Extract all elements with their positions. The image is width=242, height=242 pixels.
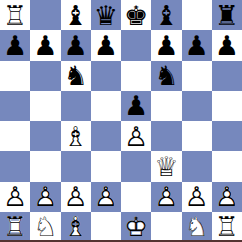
square-b1[interactable]: ♞♘: [30, 212, 60, 242]
square-a4[interactable]: [0, 121, 30, 151]
piece-bR: ♜: [212, 0, 242, 30]
piece-wN: ♘: [182, 212, 212, 242]
piece-wR: ♖: [212, 212, 242, 242]
piece-wP-fill: ♟: [30, 182, 60, 212]
piece-bP: ♟: [91, 30, 121, 60]
piece-wR: ♖: [0, 0, 30, 30]
square-b7[interactable]: ♟: [30, 30, 60, 60]
square-a7[interactable]: ♟: [0, 30, 30, 60]
piece-bB: ♝: [151, 0, 181, 30]
square-a8[interactable]: ♜♖: [0, 0, 30, 30]
square-g2[interactable]: ♟♙: [182, 182, 212, 212]
square-d1[interactable]: [91, 212, 121, 242]
piece-wP-fill: ♟: [61, 182, 91, 212]
square-h7[interactable]: ♟: [212, 30, 242, 60]
square-c6[interactable]: ♞: [61, 61, 91, 91]
piece-wP: ♙: [121, 121, 151, 151]
square-h1[interactable]: ♜♖: [212, 212, 242, 242]
piece-wP: ♙: [0, 182, 30, 212]
piece-bP: ♟: [0, 30, 30, 60]
piece-wB-fill: ♝: [61, 121, 91, 151]
piece-wP-fill: ♟: [182, 182, 212, 212]
piece-wP-fill: ♟: [121, 121, 151, 151]
square-e6[interactable]: [121, 61, 151, 91]
square-b6[interactable]: [30, 61, 60, 91]
square-g7[interactable]: ♟: [182, 30, 212, 60]
board-grid: ♜♖♝♛♚♝♜♟♟♟♟♟♟♟♞♞♟♝♗♟♙♛♕♟♙♟♙♟♙♟♙♟♙♟♙♟♙♜♖♞…: [0, 0, 242, 242]
square-e5[interactable]: ♟: [121, 91, 151, 121]
square-g6[interactable]: [182, 61, 212, 91]
square-a2[interactable]: ♟♙: [0, 182, 30, 212]
square-c7[interactable]: ♟: [61, 30, 91, 60]
square-b2[interactable]: ♟♙: [30, 182, 60, 212]
square-d2[interactable]: ♟♙: [91, 182, 121, 212]
square-g3[interactable]: [182, 151, 212, 181]
square-h3[interactable]: [212, 151, 242, 181]
square-b3[interactable]: [30, 151, 60, 181]
square-h6[interactable]: [212, 61, 242, 91]
piece-wB: ♗: [61, 212, 91, 242]
square-d4[interactable]: [91, 121, 121, 151]
piece-bQ: ♛: [91, 0, 121, 30]
square-b5[interactable]: [30, 91, 60, 121]
piece-wP-fill: ♟: [151, 182, 181, 212]
piece-wB: ♗: [61, 121, 91, 151]
square-f3[interactable]: ♛♕: [151, 151, 181, 181]
piece-wN-fill: ♞: [30, 212, 60, 242]
square-c3[interactable]: [61, 151, 91, 181]
chess-board: ♜♖♝♛♚♝♜♟♟♟♟♟♟♟♞♞♟♝♗♟♙♛♕♟♙♟♙♟♙♟♙♟♙♟♙♟♙♜♖♞…: [0, 0, 242, 242]
piece-wP-fill: ♟: [0, 182, 30, 212]
square-g5[interactable]: [182, 91, 212, 121]
square-d5[interactable]: [91, 91, 121, 121]
square-h5[interactable]: [212, 91, 242, 121]
square-e3[interactable]: [121, 151, 151, 181]
piece-wP: ♙: [91, 182, 121, 212]
piece-wP: ♙: [151, 182, 181, 212]
square-h2[interactable]: ♟♙: [212, 182, 242, 212]
piece-bP: ♟: [61, 30, 91, 60]
piece-wP: ♙: [30, 182, 60, 212]
square-c8[interactable]: ♝: [61, 0, 91, 30]
piece-wB-fill: ♝: [61, 212, 91, 242]
piece-bB: ♝: [61, 0, 91, 30]
piece-bN: ♞: [61, 61, 91, 91]
square-d3[interactable]: [91, 151, 121, 181]
piece-wP-fill: ♟: [91, 182, 121, 212]
piece-wK: ♔: [121, 212, 151, 242]
square-g1[interactable]: ♞♘: [182, 212, 212, 242]
piece-wP: ♙: [182, 182, 212, 212]
piece-bP: ♟: [151, 30, 181, 60]
square-h8[interactable]: ♜: [212, 0, 242, 30]
square-c4[interactable]: ♝♗: [61, 121, 91, 151]
square-e2[interactable]: [121, 182, 151, 212]
square-b8[interactable]: [30, 0, 60, 30]
square-a6[interactable]: [0, 61, 30, 91]
piece-wQ-fill: ♛: [151, 151, 181, 181]
square-c5[interactable]: [61, 91, 91, 121]
square-e7[interactable]: [121, 30, 151, 60]
square-c2[interactable]: ♟♙: [61, 182, 91, 212]
piece-wP: ♙: [61, 182, 91, 212]
square-a3[interactable]: [0, 151, 30, 181]
square-d6[interactable]: [91, 61, 121, 91]
square-f7[interactable]: ♟: [151, 30, 181, 60]
square-f2[interactable]: ♟♙: [151, 182, 181, 212]
square-d7[interactable]: ♟: [91, 30, 121, 60]
square-a5[interactable]: [0, 91, 30, 121]
square-f1[interactable]: [151, 212, 181, 242]
square-g4[interactable]: [182, 121, 212, 151]
piece-bN: ♞: [151, 61, 181, 91]
piece-bP: ♟: [212, 30, 242, 60]
piece-bP: ♟: [121, 91, 151, 121]
square-a1[interactable]: ♜♖: [0, 212, 30, 242]
piece-wR-fill: ♜: [0, 212, 30, 242]
piece-bP: ♟: [30, 30, 60, 60]
piece-wR-fill: ♜: [0, 0, 30, 30]
piece-wR: ♖: [0, 212, 30, 242]
square-g8[interactable]: [182, 0, 212, 30]
square-f4[interactable]: [151, 121, 181, 151]
piece-wN-fill: ♞: [182, 212, 212, 242]
square-d8[interactable]: ♛: [91, 0, 121, 30]
piece-bK: ♚: [121, 0, 151, 30]
square-b4[interactable]: [30, 121, 60, 151]
piece-wR-fill: ♜: [212, 212, 242, 242]
piece-wP-fill: ♟: [212, 182, 242, 212]
square-e8[interactable]: ♚: [121, 0, 151, 30]
square-f5[interactable]: [151, 91, 181, 121]
square-e1[interactable]: ♚♔: [121, 212, 151, 242]
piece-bP: ♟: [182, 30, 212, 60]
piece-wQ: ♕: [151, 151, 181, 181]
square-f6[interactable]: ♞: [151, 61, 181, 91]
square-e4[interactable]: ♟♙: [121, 121, 151, 151]
square-f8[interactable]: ♝: [151, 0, 181, 30]
square-c1[interactable]: ♝♗: [61, 212, 91, 242]
square-h4[interactable]: [212, 121, 242, 151]
piece-wP: ♙: [212, 182, 242, 212]
piece-wK-fill: ♚: [121, 212, 151, 242]
piece-wN: ♘: [30, 212, 60, 242]
